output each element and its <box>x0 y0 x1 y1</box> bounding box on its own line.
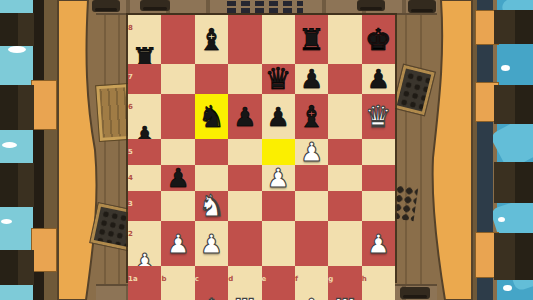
file-label: a <box>133 275 138 283</box>
wall-post <box>126 0 130 13</box>
square-b7[interactable] <box>161 64 194 94</box>
square-e2[interactable] <box>262 221 295 266</box>
square-a2[interactable]: 2♟ <box>128 221 161 266</box>
piece-white-rook[interactable]: ♜ <box>228 285 261 300</box>
rank-label: 6 <box>128 103 133 111</box>
piece-black-pawn[interactable]: ♟ <box>228 94 261 139</box>
square-c6[interactable]: ♞ <box>195 94 228 139</box>
square-g1[interactable]: g♜ <box>328 266 361 300</box>
square-h8[interactable]: ♚ <box>362 15 395 64</box>
square-c7[interactable] <box>195 64 228 94</box>
square-f7[interactable]: ♟ <box>295 64 328 94</box>
piece-white-queen[interactable]: ♛ <box>362 94 395 139</box>
rank-label: 7 <box>128 73 133 81</box>
square-g4[interactable] <box>328 165 361 191</box>
square-g5[interactable] <box>328 139 361 165</box>
square-h6[interactable]: ♛ <box>362 94 395 139</box>
square-d3[interactable] <box>228 191 261 221</box>
square-h3[interactable] <box>362 191 395 221</box>
cannonball-pile <box>392 185 419 222</box>
square-a1[interactable]: 1a <box>128 266 161 300</box>
square-f1[interactable]: f♝ <box>295 266 328 300</box>
wall-post <box>322 0 326 13</box>
square-a5[interactable]: 5 <box>128 139 161 165</box>
square-a8[interactable]: 8♜ <box>128 15 161 64</box>
piece-black-pawn[interactable]: ♟ <box>161 165 194 191</box>
deck-hatch-crate <box>96 84 132 141</box>
rank-label: 8 <box>128 24 133 32</box>
square-g8[interactable] <box>328 15 361 64</box>
square-h4[interactable] <box>362 165 395 191</box>
square-d4[interactable] <box>228 165 261 191</box>
square-h1[interactable]: h <box>362 266 395 300</box>
stern-windows <box>227 1 303 13</box>
square-h2[interactable]: ♟ <box>362 221 395 266</box>
pirate-ship-scene: 8♜♝♜♚7♛♟♟6♟♞♟♟♝♛5♟4♟♟3♞2♟♟♟♟1abc♚d♜ef♝g♜… <box>0 0 533 300</box>
wall-post <box>402 0 406 13</box>
piece-black-king[interactable]: ♚ <box>362 15 395 64</box>
rank-label: 2 <box>128 230 133 238</box>
square-d8[interactable] <box>228 15 261 64</box>
window-row <box>227 1 303 6</box>
deck-cannon <box>400 287 430 299</box>
deck-cannon <box>357 0 385 11</box>
square-d5[interactable] <box>228 139 261 165</box>
square-e4[interactable]: ♟ <box>262 165 295 191</box>
file-label: g <box>328 275 333 283</box>
square-g2[interactable] <box>328 221 361 266</box>
square-c5[interactable] <box>195 139 228 165</box>
square-e6[interactable]: ♟ <box>262 94 295 139</box>
square-c1[interactable]: c♚ <box>195 266 228 300</box>
square-h7[interactable]: ♟ <box>362 64 395 94</box>
piece-black-bishop[interactable]: ♝ <box>295 94 328 139</box>
file-label: f <box>295 275 298 283</box>
piece-black-knight[interactable]: ♞ <box>195 94 228 139</box>
rank-label: 5 <box>128 148 133 156</box>
deck-cannon <box>140 0 170 11</box>
square-c2[interactable]: ♟ <box>195 221 228 266</box>
file-label: b <box>161 275 166 283</box>
square-a7[interactable]: 7 <box>128 64 161 94</box>
piece-white-king[interactable]: ♚ <box>195 285 228 300</box>
square-d1[interactable]: d♜ <box>228 266 261 300</box>
piece-black-pawn[interactable]: ♟ <box>262 94 295 139</box>
piece-white-pawn[interactable]: ♟ <box>295 139 328 165</box>
square-g7[interactable] <box>328 64 361 94</box>
window-row <box>227 8 303 13</box>
square-e1[interactable]: e <box>262 266 295 300</box>
square-f5[interactable]: ♟ <box>295 139 328 165</box>
square-f4[interactable] <box>295 165 328 191</box>
deck-cannon <box>92 0 120 12</box>
piece-white-pawn[interactable]: ♟ <box>362 221 395 266</box>
square-e3[interactable] <box>262 191 295 221</box>
square-c8[interactable]: ♝ <box>195 15 228 64</box>
piece-white-knight[interactable]: ♞ <box>195 191 228 221</box>
square-e5[interactable] <box>262 139 295 165</box>
file-label: h <box>362 275 367 283</box>
file-label: c <box>195 275 199 283</box>
square-b2[interactable]: ♟ <box>161 221 194 266</box>
piece-black-bishop[interactable]: ♝ <box>195 15 228 64</box>
piece-black-pawn[interactable]: ♟ <box>295 64 328 94</box>
rank-label: 4 <box>128 174 133 182</box>
wall-post <box>206 0 210 13</box>
square-b8[interactable] <box>161 15 194 64</box>
deck-plank-seam <box>104 0 106 300</box>
square-b4[interactable]: ♟ <box>161 165 194 191</box>
piece-black-rook[interactable]: ♜ <box>295 15 328 64</box>
square-g6[interactable] <box>328 94 361 139</box>
deck-plank-seam <box>405 0 407 300</box>
square-f3[interactable] <box>295 191 328 221</box>
square-b5[interactable] <box>161 139 194 165</box>
square-d2[interactable] <box>228 221 261 266</box>
square-d7[interactable] <box>228 64 261 94</box>
square-c3[interactable]: ♞ <box>195 191 228 221</box>
piece-white-pawn[interactable]: ♟ <box>262 165 295 191</box>
deck-cannon <box>408 0 436 13</box>
piece-black-queen[interactable]: ♛ <box>262 64 295 94</box>
square-f6[interactable]: ♝ <box>295 94 328 139</box>
deck-plank-seam <box>420 0 422 300</box>
square-d6[interactable]: ♟ <box>228 94 261 139</box>
piece-white-pawn[interactable]: ♟ <box>161 221 194 266</box>
file-label: e <box>262 275 267 283</box>
piece-white-pawn[interactable]: ♟ <box>195 221 228 266</box>
square-e8[interactable] <box>262 15 295 64</box>
square-e7[interactable]: ♛ <box>262 64 295 94</box>
square-b1[interactable]: b <box>161 266 194 300</box>
square-b3[interactable] <box>161 191 194 221</box>
square-f2[interactable] <box>295 221 328 266</box>
square-a3[interactable]: 3 <box>128 191 161 221</box>
piece-white-bishop[interactable]: ♝ <box>295 285 328 300</box>
piece-black-pawn[interactable]: ♟ <box>362 64 395 94</box>
deck-plank-seam <box>118 0 120 300</box>
square-a4[interactable]: 4 <box>128 165 161 191</box>
chess-board[interactable]: 8♜♝♜♚7♛♟♟6♟♞♟♟♝♛5♟4♟♟3♞2♟♟♟♟1abc♚d♜ef♝g♜… <box>128 15 395 281</box>
square-g3[interactable] <box>328 191 361 221</box>
file-label: d <box>228 275 233 283</box>
square-a6[interactable]: 6♟ <box>128 94 161 139</box>
rank-label: 3 <box>128 200 133 208</box>
square-b6[interactable] <box>161 94 194 139</box>
square-h5[interactable] <box>362 139 395 165</box>
piece-white-rook[interactable]: ♜ <box>328 285 361 300</box>
square-f8[interactable]: ♜ <box>295 15 328 64</box>
